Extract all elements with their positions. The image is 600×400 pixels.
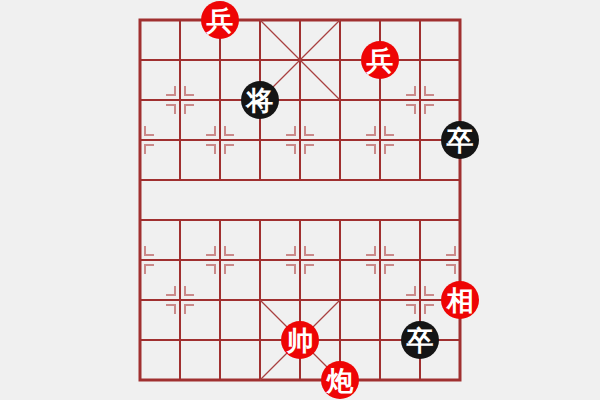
piece-glyph: 帅 <box>287 327 314 354</box>
piece-glyph: 兵 <box>207 7 234 34</box>
piece-red-soldier-2[interactable]: 兵 <box>361 41 399 79</box>
piece-glyph: 相 <box>447 287 474 314</box>
piece-glyph: 卒 <box>447 127 474 154</box>
piece-glyph: 将 <box>247 87 274 114</box>
piece-glyph: 炮 <box>327 367 354 394</box>
pieces-layer: 兵兵将卒相帅卒炮 <box>120 0 480 400</box>
piece-black-soldier-2[interactable]: 卒 <box>401 321 439 359</box>
piece-red-elephant[interactable]: 相 <box>441 281 479 319</box>
piece-black-soldier-1[interactable]: 卒 <box>441 121 479 159</box>
piece-red-general[interactable]: 帅 <box>281 321 319 359</box>
piece-glyph: 兵 <box>367 47 394 74</box>
piece-red-cannon[interactable]: 炮 <box>321 361 359 399</box>
piece-glyph: 卒 <box>407 327 434 354</box>
piece-red-soldier-1[interactable]: 兵 <box>201 1 239 39</box>
piece-black-general[interactable]: 将 <box>241 81 279 119</box>
xiangqi-board-area: 兵兵将卒相帅卒炮 <box>0 0 600 400</box>
